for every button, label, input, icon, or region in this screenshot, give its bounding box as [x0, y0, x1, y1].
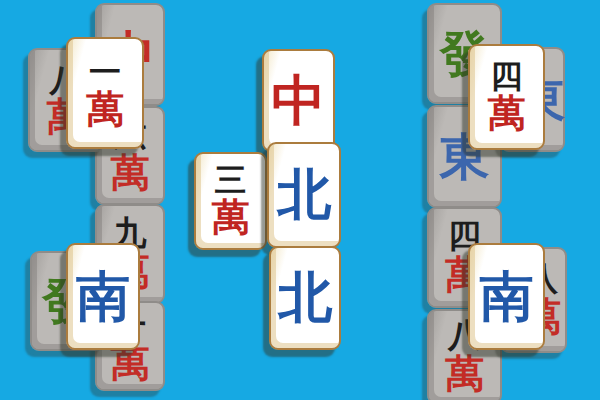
- tile-4-wan-free[interactable]: 四 萬: [468, 44, 545, 150]
- tile-wan-character: 萬: [212, 198, 250, 238]
- tile-south-wind-free[interactable]: 南: [468, 243, 545, 350]
- tile-number-character: 四: [491, 60, 523, 94]
- tile-1-wan-free[interactable]: 一 萬: [66, 37, 144, 149]
- tile-wan-character: 萬: [86, 90, 124, 130]
- tile-character: 北: [277, 168, 331, 222]
- tile-red-dragon-free[interactable]: 中: [262, 49, 335, 152]
- tile-character: 南: [480, 270, 534, 324]
- tile-north-wind-free[interactable]: 北: [269, 246, 341, 350]
- tile-north-wind-free[interactable]: 北: [267, 142, 341, 248]
- tile-wan-character: 萬: [111, 153, 150, 194]
- tile-number-character: 三: [215, 164, 247, 198]
- tile-wan-character: 萬: [488, 94, 526, 134]
- tile-character: 北: [278, 271, 332, 325]
- tile-number-character: 一: [89, 56, 121, 90]
- tile-south-wind-free[interactable]: 南: [66, 243, 140, 350]
- tile-character: 中: [272, 74, 326, 128]
- tile-character: 南: [76, 270, 130, 324]
- mahjong-board: 中 六 萬 九 萬 一 萬 八 萬 發 發 東 四 萬 八 萬 東 八 萬: [0, 0, 600, 400]
- tile-3-wan-free[interactable]: 三 萬: [194, 152, 267, 250]
- tile-wan-character: 萬: [445, 354, 484, 395]
